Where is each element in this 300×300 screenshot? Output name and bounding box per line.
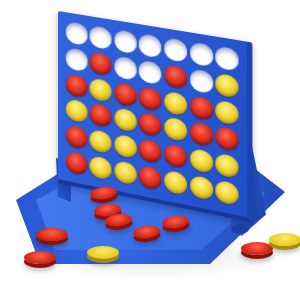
cell-r5-c1[interactable] (65, 123, 88, 152)
cell-r5-c7[interactable] (215, 151, 240, 182)
cell-r5-c4[interactable] (138, 136, 162, 166)
red-disc (164, 64, 187, 90)
yellow-disc (114, 134, 136, 160)
cell-r1-c4[interactable] (138, 31, 162, 60)
cell-r4-c1[interactable] (65, 97, 88, 126)
cell-r3-c5[interactable] (164, 88, 188, 118)
red-disc (139, 112, 161, 138)
cell-r3-c3[interactable] (114, 79, 138, 108)
cell-r5-c2[interactable] (89, 127, 113, 157)
cell-r1-c3[interactable] (114, 27, 138, 56)
red-disc (139, 139, 161, 165)
cell-r2-c2[interactable] (89, 49, 113, 78)
red-disc (190, 121, 213, 147)
cell-r3-c2[interactable] (89, 75, 113, 104)
red-loose-disc[interactable] (241, 242, 273, 255)
cell-r2-c1[interactable] (65, 45, 88, 74)
cell-r6-c5[interactable] (164, 168, 188, 198)
cell-r4-c7[interactable] (215, 124, 240, 154)
cell-r3-c6[interactable] (189, 93, 214, 123)
yellow-disc (215, 99, 238, 125)
cell-r6-c7[interactable] (215, 178, 240, 209)
empty-hole (90, 25, 112, 50)
cell-r6-c6[interactable] (189, 173, 214, 204)
cell-r5-c5[interactable] (164, 141, 188, 171)
empty-hole (114, 55, 136, 80)
cell-r2-c4[interactable] (138, 57, 162, 87)
cell-r2-c5[interactable] (164, 62, 188, 92)
yellow-disc (66, 99, 88, 124)
cell-r3-c4[interactable] (138, 84, 162, 114)
red-disc (66, 151, 88, 176)
yellow-disc (164, 170, 187, 196)
cell-r4-c5[interactable] (164, 115, 188, 145)
red-disc (164, 143, 187, 169)
cell-r2-c3[interactable] (114, 53, 138, 82)
yellow-disc (114, 108, 136, 133)
cell-r3-c1[interactable] (65, 71, 88, 100)
red-disc (66, 73, 88, 98)
red-disc (114, 82, 136, 107)
yellow-disc (215, 153, 238, 179)
yellow-loose-disc[interactable] (87, 246, 119, 259)
cell-r4-c2[interactable] (89, 101, 113, 130)
red-disc (66, 125, 88, 150)
cell-r6-c1[interactable] (65, 148, 88, 178)
yellow-disc (90, 155, 112, 181)
tray-foot (231, 224, 249, 234)
cell-r1-c2[interactable] (89, 23, 113, 52)
cell-r3-c7[interactable] (215, 97, 240, 127)
cell-r4-c6[interactable] (189, 119, 214, 149)
yellow-loose-disc[interactable] (269, 233, 300, 246)
yellow-disc (90, 129, 112, 154)
yellow-disc (215, 73, 238, 99)
empty-hole (66, 21, 88, 46)
scene (0, 0, 300, 300)
yellow-disc (114, 160, 136, 186)
cell-r1-c1[interactable] (65, 19, 88, 48)
cell-r2-c7[interactable] (215, 70, 240, 100)
yellow-disc (215, 180, 238, 206)
empty-hole (215, 46, 238, 72)
yellow-disc (190, 148, 213, 174)
red-disc (139, 165, 161, 191)
empty-hole (139, 60, 161, 85)
red-disc (90, 51, 112, 76)
empty-hole (66, 47, 88, 72)
cell-r5-c3[interactable] (114, 132, 138, 162)
red-disc (190, 95, 213, 121)
empty-hole (164, 37, 187, 62)
cell-r6-c2[interactable] (89, 153, 113, 183)
empty-hole (139, 33, 161, 58)
red-disc (139, 86, 161, 111)
empty-hole (190, 42, 213, 68)
yellow-disc (164, 117, 187, 143)
red-loose-disc[interactable] (24, 251, 56, 264)
cell-r6-c3[interactable] (114, 158, 138, 188)
red-disc (215, 126, 238, 152)
empty-hole (190, 68, 213, 94)
cell-r4-c4[interactable] (138, 110, 162, 140)
cell-r1-c6[interactable] (189, 39, 214, 69)
red-loose-disc[interactable] (36, 228, 68, 241)
cell-r1-c5[interactable] (164, 35, 188, 65)
yellow-disc (164, 90, 187, 116)
cell-r6-c4[interactable] (138, 163, 162, 193)
yellow-disc (190, 175, 213, 201)
cell-r1-c7[interactable] (215, 44, 240, 74)
red-disc (90, 103, 112, 128)
empty-hole (114, 29, 136, 54)
cell-r5-c6[interactable] (189, 146, 214, 176)
yellow-disc (90, 77, 112, 102)
cell-r2-c6[interactable] (189, 66, 214, 96)
cell-r4-c3[interactable] (114, 106, 138, 136)
